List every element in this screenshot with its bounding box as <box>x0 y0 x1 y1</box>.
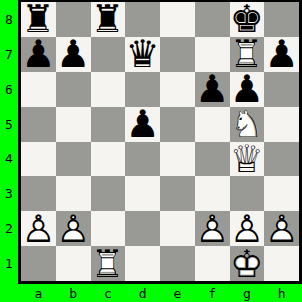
file-label-c: c <box>91 284 126 302</box>
square-g5[interactable]: ♞♘ <box>230 107 265 142</box>
rank-coordinates: 8 7 6 5 4 3 2 1 <box>0 2 18 281</box>
square-g8[interactable]: ♚ <box>230 2 265 37</box>
piece-white-pawn[interactable]: ♟♙ <box>195 211 230 246</box>
piece-black-queen[interactable]: ♛ <box>125 37 160 72</box>
square-c8[interactable]: ♜ <box>91 2 126 37</box>
file-label-e: e <box>160 284 195 302</box>
square-d2[interactable] <box>125 211 160 246</box>
square-g6[interactable]: ♟ <box>230 72 265 107</box>
piece-white-pawn[interactable]: ♟♙ <box>230 211 265 246</box>
black-queen-glyph: ♛ <box>125 37 160 72</box>
square-e1[interactable] <box>160 246 195 281</box>
file-label-b: b <box>56 284 91 302</box>
rank-label-6: 6 <box>0 72 18 107</box>
square-h7[interactable]: ♟ <box>264 37 299 72</box>
file-label-h: h <box>264 284 299 302</box>
piece-black-pawn[interactable]: ♟ <box>125 107 160 142</box>
square-h2[interactable]: ♟♙ <box>264 211 299 246</box>
square-f3[interactable] <box>195 176 230 211</box>
black-rook-glyph: ♜ <box>21 2 56 37</box>
white-rook-fill-glyph: ♜ <box>91 246 126 281</box>
square-c3[interactable] <box>91 176 126 211</box>
square-g4[interactable]: ♛♕ <box>230 142 265 177</box>
square-c2[interactable] <box>91 211 126 246</box>
rank-label-4: 4 <box>0 142 18 177</box>
square-e8[interactable] <box>160 2 195 37</box>
piece-white-rook[interactable]: ♜♖ <box>230 37 265 72</box>
rank-label-8: 8 <box>0 2 18 37</box>
white-pawn-fill-glyph: ♟ <box>264 211 299 246</box>
square-d6[interactable] <box>125 72 160 107</box>
square-f8[interactable] <box>195 2 230 37</box>
piece-white-queen[interactable]: ♛♕ <box>230 142 265 177</box>
square-h5[interactable] <box>264 107 299 142</box>
piece-black-king[interactable]: ♚ <box>230 2 265 37</box>
square-h6[interactable] <box>264 72 299 107</box>
white-knight-fill-glyph: ♞ <box>230 107 265 142</box>
square-g1[interactable]: ♚♔ <box>230 246 265 281</box>
square-b3[interactable] <box>56 176 91 211</box>
square-b1[interactable] <box>56 246 91 281</box>
square-f4[interactable] <box>195 142 230 177</box>
white-king-fill-glyph: ♚ <box>230 246 265 281</box>
piece-black-rook[interactable]: ♜ <box>91 2 126 37</box>
square-a6[interactable] <box>21 72 56 107</box>
file-coordinates: a b c d e f g h <box>21 284 299 302</box>
white-pawn-outline-glyph: ♙ <box>21 211 56 246</box>
rank-label-2: 2 <box>0 211 18 246</box>
file-label-g: g <box>230 284 265 302</box>
rank-label-7: 7 <box>0 37 18 72</box>
square-a8[interactable]: ♜ <box>21 2 56 37</box>
square-d7[interactable]: ♛ <box>125 37 160 72</box>
board-frame: ♜♜♚♟♟♛♜♖♟♟♟♟♞♘♛♕♟♙♟♙♟♙♟♙♟♙♜♖♚♔ <box>18 0 302 284</box>
piece-white-rook[interactable]: ♜♖ <box>91 246 126 281</box>
square-e2[interactable] <box>160 211 195 246</box>
square-c5[interactable] <box>91 107 126 142</box>
square-a3[interactable] <box>21 176 56 211</box>
white-knight-outline-glyph: ♘ <box>230 107 265 142</box>
square-a7[interactable]: ♟ <box>21 37 56 72</box>
square-f6[interactable]: ♟ <box>195 72 230 107</box>
black-king-glyph: ♚ <box>230 2 265 37</box>
square-b6[interactable] <box>56 72 91 107</box>
square-h3[interactable] <box>264 176 299 211</box>
square-f7[interactable] <box>195 37 230 72</box>
white-pawn-outline-glyph: ♙ <box>195 211 230 246</box>
white-pawn-fill-glyph: ♟ <box>230 211 265 246</box>
square-f1[interactable] <box>195 246 230 281</box>
square-f2[interactable]: ♟♙ <box>195 211 230 246</box>
square-h8[interactable] <box>264 2 299 37</box>
white-queen-outline-glyph: ♕ <box>230 142 265 177</box>
square-f5[interactable] <box>195 107 230 142</box>
square-a4[interactable] <box>21 142 56 177</box>
piece-white-king[interactable]: ♚♔ <box>230 246 265 281</box>
white-pawn-outline-glyph: ♙ <box>56 211 91 246</box>
square-b8[interactable] <box>56 2 91 37</box>
square-g3[interactable] <box>230 176 265 211</box>
piece-black-pawn[interactable]: ♟ <box>230 72 265 107</box>
piece-black-pawn[interactable]: ♟ <box>21 37 56 72</box>
square-a5[interactable] <box>21 107 56 142</box>
piece-white-pawn[interactable]: ♟♙ <box>21 211 56 246</box>
piece-black-rook[interactable]: ♜ <box>21 2 56 37</box>
chess-board-diagram: 8 7 6 5 4 3 2 1 ♜♜♚♟♟♛♜♖♟♟♟♟♞♘♛♕♟♙♟♙♟♙♟♙… <box>0 0 302 302</box>
square-d5[interactable]: ♟ <box>125 107 160 142</box>
white-pawn-fill-glyph: ♟ <box>56 211 91 246</box>
square-c4[interactable] <box>91 142 126 177</box>
piece-white-knight[interactable]: ♞♘ <box>230 107 265 142</box>
square-e6[interactable] <box>160 72 195 107</box>
square-g7[interactable]: ♜♖ <box>230 37 265 72</box>
square-d4[interactable] <box>125 142 160 177</box>
piece-white-pawn[interactable]: ♟♙ <box>56 211 91 246</box>
black-pawn-glyph: ♟ <box>125 107 160 142</box>
black-pawn-glyph: ♟ <box>195 72 230 107</box>
white-pawn-fill-glyph: ♟ <box>21 211 56 246</box>
file-label-d: d <box>125 284 160 302</box>
square-a1[interactable] <box>21 246 56 281</box>
black-pawn-glyph: ♟ <box>230 72 265 107</box>
piece-black-pawn[interactable]: ♟ <box>264 37 299 72</box>
piece-black-pawn[interactable]: ♟ <box>195 72 230 107</box>
white-rook-outline-glyph: ♖ <box>230 37 265 72</box>
white-king-outline-glyph: ♔ <box>230 246 265 281</box>
white-rook-fill-glyph: ♜ <box>230 37 265 72</box>
rank-label-3: 3 <box>0 176 18 211</box>
rank-label-1: 1 <box>0 246 18 281</box>
board: ♜♜♚♟♟♛♜♖♟♟♟♟♞♘♛♕♟♙♟♙♟♙♟♙♟♙♜♖♚♔ <box>21 2 299 281</box>
black-pawn-glyph: ♟ <box>21 37 56 72</box>
square-e7[interactable] <box>160 37 195 72</box>
rank-label-5: 5 <box>0 107 18 142</box>
square-c7[interactable] <box>91 37 126 72</box>
piece-black-pawn[interactable]: ♟ <box>56 37 91 72</box>
square-a2[interactable]: ♟♙ <box>21 211 56 246</box>
black-pawn-glyph: ♟ <box>56 37 91 72</box>
square-e3[interactable] <box>160 176 195 211</box>
square-b7[interactable]: ♟ <box>56 37 91 72</box>
square-h4[interactable] <box>264 142 299 177</box>
square-h1[interactable] <box>264 246 299 281</box>
file-label-f: f <box>195 284 230 302</box>
white-rook-outline-glyph: ♖ <box>91 246 126 281</box>
square-b4[interactable] <box>56 142 91 177</box>
square-g2[interactable]: ♟♙ <box>230 211 265 246</box>
square-d3[interactable] <box>125 176 160 211</box>
square-d1[interactable] <box>125 246 160 281</box>
square-e5[interactable] <box>160 107 195 142</box>
white-pawn-fill-glyph: ♟ <box>195 211 230 246</box>
white-queen-fill-glyph: ♛ <box>230 142 265 177</box>
file-label-a: a <box>21 284 56 302</box>
square-e4[interactable] <box>160 142 195 177</box>
black-pawn-glyph: ♟ <box>264 37 299 72</box>
white-pawn-outline-glyph: ♙ <box>230 211 265 246</box>
square-c6[interactable] <box>91 72 126 107</box>
square-c1[interactable]: ♜♖ <box>91 246 126 281</box>
square-b5[interactable] <box>56 107 91 142</box>
piece-white-pawn[interactable]: ♟♙ <box>264 211 299 246</box>
square-b2[interactable]: ♟♙ <box>56 211 91 246</box>
square-d8[interactable] <box>125 2 160 37</box>
black-rook-glyph: ♜ <box>91 2 126 37</box>
white-pawn-outline-glyph: ♙ <box>264 211 299 246</box>
